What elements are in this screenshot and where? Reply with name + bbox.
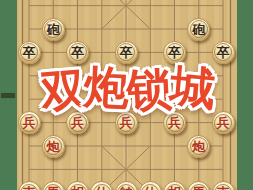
- piece-black-soldier[interactable]: 卒: [18, 41, 41, 64]
- piece-glyph: 卒: [23, 46, 36, 59]
- title-char: 炮: [82, 57, 128, 119]
- piece-red-cannon[interactable]: 炮: [187, 135, 210, 158]
- piece-black-cannon[interactable]: 砲: [42, 18, 65, 41]
- piece-red-soldier[interactable]: 兵: [18, 111, 41, 134]
- xiangqi-app: 砲砲卒卒卒卒卒兵兵兵兵兵炮炮車馬相仕帥仕相馬車 双炮锁城: [0, 0, 253, 190]
- piece-glyph: 砲: [192, 23, 205, 36]
- title-banner: 双炮锁城: [41, 60, 213, 120]
- piece-glyph: 仕: [95, 186, 108, 190]
- piece-glyph: 兵: [23, 116, 36, 129]
- piece-glyph: 炮: [47, 140, 60, 153]
- piece-red-cannon[interactable]: 炮: [42, 135, 65, 158]
- piece-glyph: 炮: [192, 140, 205, 153]
- piece-glyph: 仕: [144, 186, 157, 190]
- piece-red-soldier[interactable]: 兵: [212, 111, 235, 134]
- piece-black-cannon[interactable]: 砲: [187, 18, 210, 41]
- piece-glyph: 卒: [120, 46, 133, 59]
- piece-glyph: 車: [217, 186, 230, 190]
- piece-glyph: 相: [71, 186, 84, 190]
- piece-glyph: 兵: [217, 116, 230, 129]
- piece-glyph: 卒: [71, 46, 84, 59]
- watermark: [1, 93, 15, 98]
- title-char: 双: [38, 59, 86, 123]
- title-char: 锁: [125, 59, 171, 121]
- title-char: 城: [167, 56, 215, 120]
- piece-glyph: 帥: [120, 186, 133, 190]
- piece-glyph: 車: [23, 186, 36, 190]
- piece-glyph: 相: [168, 186, 181, 190]
- piece-glyph: 砲: [47, 23, 60, 36]
- piece-glyph: 馬: [47, 186, 60, 190]
- piece-glyph: 馬: [192, 186, 205, 190]
- piece-glyph: 卒: [217, 46, 230, 59]
